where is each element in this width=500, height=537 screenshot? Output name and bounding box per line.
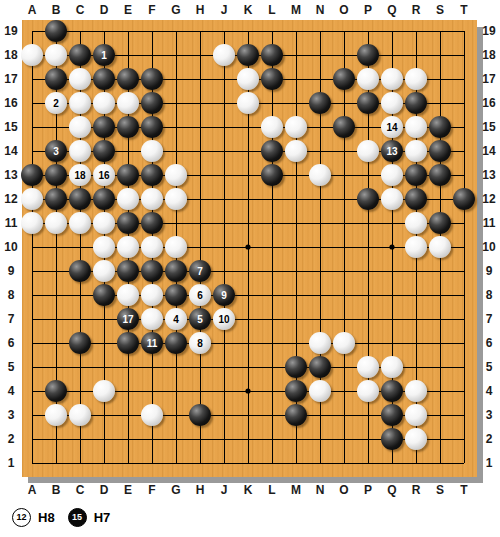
footer-stone-12: 12 — [12, 508, 31, 527]
white-stone-C14[interactable] — [69, 140, 91, 162]
white-stone-D11[interactable] — [93, 212, 115, 234]
black-stone-J8[interactable]: 9 — [213, 284, 235, 306]
black-stone-F16[interactable] — [141, 92, 163, 114]
row-label-left-16: 16 — [0, 96, 22, 110]
row-label-left-13: 13 — [0, 168, 22, 182]
col-label-bottom-H: H — [189, 483, 211, 497]
row-label-left-2: 2 — [0, 432, 22, 446]
white-stone-G13[interactable] — [165, 164, 187, 186]
white-stone-B16[interactable]: 2 — [45, 92, 67, 114]
row-label-left-14: 14 — [0, 144, 22, 158]
black-stone-N16[interactable] — [309, 92, 331, 114]
white-stone-B3[interactable] — [45, 404, 67, 426]
white-stone-Q16[interactable] — [381, 92, 403, 114]
move-number: 2 — [53, 98, 59, 109]
black-stone-R12[interactable] — [405, 188, 427, 210]
col-label-top-A: A — [21, 3, 43, 17]
white-stone-F12[interactable] — [141, 188, 163, 210]
row-label-right-14: 14 — [478, 144, 500, 158]
black-stone-F6[interactable]: 11 — [141, 332, 163, 354]
row-label-left-4: 4 — [0, 384, 22, 398]
black-stone-E9[interactable] — [117, 260, 139, 282]
row-label-right-15: 15 — [478, 120, 500, 134]
black-stone-S14[interactable] — [429, 140, 451, 162]
black-stone-E6[interactable] — [117, 332, 139, 354]
white-stone-R14[interactable] — [405, 140, 427, 162]
row-label-left-1: 1 — [0, 456, 22, 470]
white-stone-Q17[interactable] — [381, 68, 403, 90]
col-label-bottom-Q: Q — [381, 483, 403, 497]
black-stone-M4[interactable] — [285, 380, 307, 402]
col-label-bottom-B: B — [45, 483, 67, 497]
white-stone-C11[interactable] — [69, 212, 91, 234]
black-stone-S11[interactable] — [429, 212, 451, 234]
row-label-right-16: 16 — [478, 96, 500, 110]
white-stone-A12[interactable] — [21, 188, 43, 210]
col-label-top-Q: Q — [381, 3, 403, 17]
black-stone-C18[interactable] — [69, 44, 91, 66]
white-stone-M15[interactable] — [285, 116, 307, 138]
white-stone-C15[interactable] — [69, 116, 91, 138]
col-label-bottom-P: P — [357, 483, 379, 497]
black-stone-G9[interactable] — [165, 260, 187, 282]
row-label-left-9: 9 — [0, 264, 22, 278]
col-label-bottom-O: O — [333, 483, 355, 497]
black-stone-B13[interactable] — [45, 164, 67, 186]
white-stone-P14[interactable] — [357, 140, 379, 162]
col-label-top-N: N — [309, 3, 331, 17]
black-stone-B17[interactable] — [45, 68, 67, 90]
row-label-left-6: 6 — [0, 336, 22, 350]
black-stone-O17[interactable] — [333, 68, 355, 90]
col-label-top-F: F — [141, 3, 163, 17]
move-number: 17 — [122, 314, 133, 325]
star-point-K10 — [245, 244, 250, 249]
black-stone-L18[interactable] — [261, 44, 283, 66]
row-label-right-10: 10 — [478, 240, 500, 254]
black-stone-L14[interactable] — [261, 140, 283, 162]
black-stone-L13[interactable] — [261, 164, 283, 186]
white-stone-Q12[interactable] — [381, 188, 403, 210]
row-label-right-6: 6 — [478, 336, 500, 350]
move-number: 7 — [197, 266, 203, 277]
black-stone-R16[interactable] — [405, 92, 427, 114]
white-stone-F7[interactable] — [141, 308, 163, 330]
white-stone-N4[interactable] — [309, 380, 331, 402]
black-stone-G6[interactable] — [165, 332, 187, 354]
col-label-top-S: S — [429, 3, 451, 17]
white-stone-F3[interactable] — [141, 404, 163, 426]
row-label-right-17: 17 — [478, 72, 500, 86]
black-stone-P12[interactable] — [357, 188, 379, 210]
white-stone-R2[interactable] — [405, 428, 427, 450]
black-stone-F15[interactable] — [141, 116, 163, 138]
black-stone-B12[interactable] — [45, 188, 67, 210]
move-number: 3 — [53, 146, 59, 157]
white-stone-R11[interactable] — [405, 212, 427, 234]
black-stone-E13[interactable] — [117, 164, 139, 186]
col-label-bottom-K: K — [237, 483, 259, 497]
move-number: 10 — [218, 314, 229, 325]
black-stone-G8[interactable] — [165, 284, 187, 306]
col-label-bottom-S: S — [429, 483, 451, 497]
white-stone-F10[interactable] — [141, 236, 163, 258]
white-stone-S10[interactable] — [429, 236, 451, 258]
black-stone-M5[interactable] — [285, 356, 307, 378]
row-label-right-3: 3 — [478, 408, 500, 422]
black-stone-F13[interactable] — [141, 164, 163, 186]
black-stone-P16[interactable] — [357, 92, 379, 114]
black-stone-Q2[interactable] — [381, 428, 403, 450]
white-stone-Q13[interactable] — [381, 164, 403, 186]
white-stone-Q15[interactable]: 14 — [381, 116, 403, 138]
move-number: 6 — [197, 290, 203, 301]
black-stone-E17[interactable] — [117, 68, 139, 90]
black-stone-D17[interactable] — [93, 68, 115, 90]
white-stone-E8[interactable] — [117, 284, 139, 306]
white-stone-H6[interactable]: 8 — [189, 332, 211, 354]
white-stone-B11[interactable] — [45, 212, 67, 234]
black-stone-F9[interactable] — [141, 260, 163, 282]
row-label-left-19: 19 — [0, 24, 22, 38]
white-stone-R17[interactable] — [405, 68, 427, 90]
row-label-right-5: 5 — [478, 360, 500, 374]
white-stone-N6[interactable] — [309, 332, 331, 354]
row-label-left-8: 8 — [0, 288, 22, 302]
black-stone-H3[interactable] — [189, 404, 211, 426]
col-label-bottom-D: D — [93, 483, 115, 497]
white-stone-H8[interactable]: 6 — [189, 284, 211, 306]
col-label-bottom-J: J — [213, 483, 235, 497]
col-label-top-M: M — [285, 3, 307, 17]
white-stone-E10[interactable] — [117, 236, 139, 258]
white-stone-R4[interactable] — [405, 380, 427, 402]
row-label-left-3: 3 — [0, 408, 22, 422]
white-stone-A11[interactable] — [21, 212, 43, 234]
col-label-top-K: K — [237, 3, 259, 17]
white-stone-L15[interactable] — [261, 116, 283, 138]
row-label-right-7: 7 — [478, 312, 500, 326]
move-number: 13 — [386, 146, 397, 157]
black-stone-P18[interactable] — [357, 44, 379, 66]
row-label-right-2: 2 — [478, 432, 500, 446]
black-stone-R13[interactable] — [405, 164, 427, 186]
white-stone-D9[interactable] — [93, 260, 115, 282]
white-stone-G10[interactable] — [165, 236, 187, 258]
white-stone-B18[interactable] — [45, 44, 67, 66]
white-stone-R3[interactable] — [405, 404, 427, 426]
black-stone-K18[interactable] — [237, 44, 259, 66]
black-stone-D18[interactable]: 1 — [93, 44, 115, 66]
col-label-top-R: R — [405, 3, 427, 17]
white-stone-D4[interactable] — [93, 380, 115, 402]
black-stone-Q4[interactable] — [381, 380, 403, 402]
white-stone-M14[interactable] — [285, 140, 307, 162]
black-stone-D12[interactable] — [93, 188, 115, 210]
white-stone-J7[interactable]: 10 — [213, 308, 235, 330]
go-diagram: AABBCCDDEEFFGGHHJJKKLLMMNNOOPPQQRRSSTT19… — [0, 0, 500, 537]
white-stone-E12[interactable] — [117, 188, 139, 210]
row-label-right-11: 11 — [478, 216, 500, 230]
row-label-left-10: 10 — [0, 240, 22, 254]
move-number: 1 — [101, 50, 107, 61]
white-stone-N13[interactable] — [309, 164, 331, 186]
black-stone-Q14[interactable]: 13 — [381, 140, 403, 162]
row-label-right-12: 12 — [478, 192, 500, 206]
col-label-top-P: P — [357, 3, 379, 17]
white-stone-J18[interactable] — [213, 44, 235, 66]
col-label-top-E: E — [117, 3, 139, 17]
row-label-right-13: 13 — [478, 168, 500, 182]
row-label-right-1: 1 — [478, 456, 500, 470]
row-label-right-9: 9 — [478, 264, 500, 278]
col-label-bottom-N: N — [309, 483, 331, 497]
footer-coord-H7: H7 — [94, 510, 111, 525]
col-label-bottom-A: A — [21, 483, 43, 497]
col-label-bottom-E: E — [117, 483, 139, 497]
black-stone-D14[interactable] — [93, 140, 115, 162]
white-stone-D13[interactable]: 16 — [93, 164, 115, 186]
black-stone-B19[interactable] — [45, 20, 67, 42]
row-label-left-5: 5 — [0, 360, 22, 374]
white-stone-E16[interactable] — [117, 92, 139, 114]
black-stone-L17[interactable] — [261, 68, 283, 90]
black-stone-S13[interactable] — [429, 164, 451, 186]
white-stone-K17[interactable] — [237, 68, 259, 90]
col-label-bottom-F: F — [141, 483, 163, 497]
black-stone-B14[interactable]: 3 — [45, 140, 67, 162]
white-stone-P17[interactable] — [357, 68, 379, 90]
move-number: 9 — [221, 290, 227, 301]
col-label-top-L: L — [261, 3, 283, 17]
col-label-top-B: B — [45, 3, 67, 17]
move-number: 16 — [98, 170, 109, 181]
move-number: 4 — [173, 314, 179, 325]
white-stone-C13[interactable]: 18 — [69, 164, 91, 186]
black-stone-M3[interactable] — [285, 404, 307, 426]
row-label-right-8: 8 — [478, 288, 500, 302]
star-point-Q10 — [389, 244, 394, 249]
move-number: 8 — [197, 338, 203, 349]
black-stone-E11[interactable] — [117, 212, 139, 234]
row-label-right-19: 19 — [478, 24, 500, 38]
move-number: 5 — [197, 314, 203, 325]
col-label-bottom-R: R — [405, 483, 427, 497]
black-stone-C6[interactable] — [69, 332, 91, 354]
black-stone-D8[interactable] — [93, 284, 115, 306]
row-label-left-17: 17 — [0, 72, 22, 86]
black-stone-F17[interactable] — [141, 68, 163, 90]
col-label-bottom-T: T — [453, 483, 475, 497]
row-label-right-18: 18 — [478, 48, 500, 62]
move-annotations: 12H815H7 — [12, 506, 116, 528]
row-label-left-11: 11 — [0, 216, 22, 230]
move-number: 14 — [386, 122, 397, 133]
black-stone-O15[interactable] — [333, 116, 355, 138]
white-stone-Q5[interactable] — [381, 356, 403, 378]
row-label-left-7: 7 — [0, 312, 22, 326]
white-stone-C17[interactable] — [69, 68, 91, 90]
black-stone-D15[interactable] — [93, 116, 115, 138]
white-stone-P5[interactable] — [357, 356, 379, 378]
footer-coord-H8: H8 — [38, 510, 55, 525]
col-label-top-H: H — [189, 3, 211, 17]
white-stone-R10[interactable] — [405, 236, 427, 258]
white-stone-F8[interactable] — [141, 284, 163, 306]
col-label-top-O: O — [333, 3, 355, 17]
col-label-top-J: J — [213, 3, 235, 17]
col-label-top-D: D — [93, 3, 115, 17]
black-stone-C12[interactable] — [69, 188, 91, 210]
col-label-top-C: C — [69, 3, 91, 17]
black-stone-E15[interactable] — [117, 116, 139, 138]
black-stone-S15[interactable] — [429, 116, 451, 138]
white-stone-G12[interactable] — [165, 188, 187, 210]
black-stone-T12[interactable] — [453, 188, 475, 210]
black-stone-C9[interactable] — [69, 260, 91, 282]
black-stone-E7[interactable]: 17 — [117, 308, 139, 330]
white-stone-P4[interactable] — [357, 380, 379, 402]
white-stone-R15[interactable] — [405, 116, 427, 138]
col-label-bottom-M: M — [285, 483, 307, 497]
white-stone-C16[interactable] — [69, 92, 91, 114]
white-stone-D16[interactable] — [93, 92, 115, 114]
col-label-bottom-G: G — [165, 483, 187, 497]
white-stone-F14[interactable] — [141, 140, 163, 162]
white-stone-A18[interactable] — [21, 44, 43, 66]
white-stone-C3[interactable] — [69, 404, 91, 426]
star-point-K4 — [245, 388, 250, 393]
row-label-right-4: 4 — [478, 384, 500, 398]
black-stone-Q3[interactable] — [381, 404, 403, 426]
row-label-left-12: 12 — [0, 192, 22, 206]
col-label-top-G: G — [165, 3, 187, 17]
white-stone-D10[interactable] — [93, 236, 115, 258]
col-label-top-T: T — [453, 3, 475, 17]
col-label-bottom-C: C — [69, 483, 91, 497]
col-label-bottom-L: L — [261, 483, 283, 497]
black-stone-A13[interactable] — [21, 164, 43, 186]
row-label-left-15: 15 — [0, 120, 22, 134]
move-number: 11 — [147, 338, 158, 349]
black-stone-H7[interactable]: 5 — [189, 308, 211, 330]
black-stone-N5[interactable] — [309, 356, 331, 378]
move-number: 18 — [74, 170, 85, 181]
black-stone-B4[interactable] — [45, 380, 67, 402]
white-stone-G7[interactable]: 4 — [165, 308, 187, 330]
row-label-left-18: 18 — [0, 48, 22, 62]
white-stone-O6[interactable] — [333, 332, 355, 354]
footer-stone-15: 15 — [68, 508, 87, 527]
black-stone-H9[interactable]: 7 — [189, 260, 211, 282]
black-stone-F11[interactable] — [141, 212, 163, 234]
white-stone-K16[interactable] — [237, 92, 259, 114]
